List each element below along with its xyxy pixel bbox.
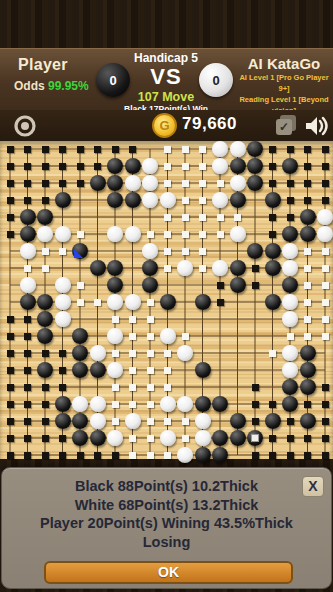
white-territory-r4c10[interactable]: [182, 214, 189, 221]
white-stone-r0c12[interactable]: [212, 141, 228, 157]
white-territory-r5c9[interactable]: [164, 231, 171, 238]
black-stone-r6c15[interactable]: [265, 243, 281, 259]
black-stone-r0c14[interactable]: [247, 141, 263, 157]
black-stone-r2c14[interactable]: [247, 175, 263, 191]
black-territory-r14c14[interactable]: [252, 384, 259, 391]
black-stone-r17c13[interactable]: [230, 430, 246, 446]
black-territory-r14c3[interactable]: [59, 384, 66, 391]
black-territory-r1c1[interactable]: [24, 163, 31, 170]
black-stone-r14c17[interactable]: [300, 379, 316, 395]
white-stone-r5c2[interactable]: [37, 226, 53, 242]
ok-button[interactable]: OK: [44, 561, 293, 584]
black-stone-r15c3[interactable]: [55, 396, 71, 412]
black-territory-r11c0[interactable]: [7, 333, 14, 340]
black-stone-r13c2[interactable]: [37, 362, 53, 378]
white-territory-r12c6[interactable]: [112, 350, 119, 357]
black-territory-r18c0[interactable]: [7, 452, 14, 459]
white-territory-r8c17[interactable]: [304, 282, 311, 289]
white-stone-r3c12[interactable]: [212, 192, 228, 208]
white-territory-r16c8[interactable]: [147, 418, 154, 425]
black-territory-r2c18[interactable]: [322, 180, 329, 187]
white-territory-r18c9[interactable]: [164, 452, 171, 459]
black-territory-r3c16[interactable]: [287, 197, 294, 204]
white-territory-r8c4[interactable]: [77, 282, 84, 289]
white-stone-r5c3[interactable]: [55, 226, 71, 242]
black-territory-r1c3[interactable]: [59, 163, 66, 170]
white-territory-r9c8[interactable]: [147, 299, 154, 306]
white-stone-r5c18[interactable]: [317, 226, 333, 242]
white-stone-r5c7[interactable]: [125, 226, 141, 242]
white-territory-r11c18[interactable]: [322, 333, 329, 340]
white-stone-r11c6[interactable]: [107, 328, 123, 344]
black-stone-r8c8[interactable]: [142, 277, 158, 293]
white-stone-r13c6[interactable]: [107, 362, 123, 378]
dead-marker-icon: [251, 434, 259, 442]
white-stone-r3c8[interactable]: [142, 192, 158, 208]
white-stone-r8c3[interactable]: [55, 277, 71, 293]
white-stone-r8c1[interactable]: [20, 277, 36, 293]
white-stone-r12c10[interactable]: [177, 345, 193, 361]
black-territory-r13c0[interactable]: [7, 367, 14, 374]
white-stone-r1c8[interactable]: [142, 158, 158, 174]
white-territory-r6c9[interactable]: [164, 248, 171, 255]
black-territory-r17c1[interactable]: [24, 435, 31, 442]
black-stone-r8c16[interactable]: [282, 277, 298, 293]
white-territory-r9c5[interactable]: [94, 299, 101, 306]
white-stone-r17c9[interactable]: [160, 430, 176, 446]
white-territory-r7c1[interactable]: [24, 265, 31, 272]
black-territory-r16c1[interactable]: [24, 418, 31, 425]
white-territory-r10c8[interactable]: [147, 316, 154, 323]
white-territory-r16c10[interactable]: [182, 418, 189, 425]
black-territory-r17c2[interactable]: [42, 435, 49, 442]
black-territory-r9c12[interactable]: [217, 299, 224, 306]
black-stone-r9c15[interactable]: [265, 294, 281, 310]
white-territory-r14c6[interactable]: [112, 384, 119, 391]
white-territory-r2c10[interactable]: [182, 180, 189, 187]
black-stone-r9c11[interactable]: [195, 294, 211, 310]
go-board[interactable]: [0, 141, 333, 459]
black-stone-r9c9[interactable]: [160, 294, 176, 310]
white-territory-r3c11[interactable]: [199, 197, 206, 204]
black-territory-r1c15[interactable]: [269, 163, 276, 170]
black-territory-r1c4[interactable]: [77, 163, 84, 170]
black-stone-r4c2[interactable]: [37, 209, 53, 225]
black-territory-r12c0[interactable]: [7, 350, 14, 357]
black-stone-r16c4[interactable]: [72, 413, 88, 429]
black-stone-r8c13[interactable]: [230, 277, 246, 293]
black-territory-r18c15[interactable]: [269, 452, 276, 459]
black-stone-r1c16[interactable]: [282, 158, 298, 174]
white-stone-r10c16[interactable]: [282, 311, 298, 327]
black-territory-r18c6[interactable]: [112, 452, 119, 459]
black-territory-r2c0[interactable]: [7, 180, 14, 187]
white-territory-r15c6[interactable]: [112, 401, 119, 408]
black-stone-r17c5[interactable]: [90, 430, 106, 446]
black-territory-r12c1[interactable]: [24, 350, 31, 357]
white-territory-r7c9[interactable]: [164, 265, 171, 272]
white-territory-r6c3[interactable]: [59, 248, 66, 255]
black-stone-r17c12[interactable]: [212, 430, 228, 446]
black-territory-r14c2[interactable]: [42, 384, 49, 391]
black-territory-r1c0[interactable]: [7, 163, 14, 170]
black-territory-r14c18[interactable]: [322, 384, 329, 391]
white-territory-r6c10[interactable]: [182, 248, 189, 255]
black-stone-r7c15[interactable]: [265, 260, 281, 276]
white-territory-r6c17[interactable]: [304, 248, 311, 255]
white-stone-r5c6[interactable]: [107, 226, 123, 242]
black-territory-r3c17[interactable]: [304, 197, 311, 204]
black-stone-r3c13[interactable]: [230, 192, 246, 208]
white-stone-r4c18[interactable]: [317, 209, 333, 225]
black-territory-r4c16[interactable]: [287, 214, 294, 221]
black-stone-r13c17[interactable]: [300, 362, 316, 378]
black-territory-r18c5[interactable]: [94, 452, 101, 459]
speaker-icon[interactable]: [303, 113, 329, 139]
white-stone-r1c12[interactable]: [212, 158, 228, 174]
white-stone-r3c9[interactable]: [160, 192, 176, 208]
black-stone-r16c13[interactable]: [230, 413, 246, 429]
white-territory-r1c9[interactable]: [164, 163, 171, 170]
black-stone-r6c14[interactable]: [247, 243, 263, 259]
black-territory-r0c0[interactable]: [7, 146, 14, 153]
white-stone-r9c7[interactable]: [125, 294, 141, 310]
dead-black-stone-r17c14[interactable]: [247, 430, 263, 446]
black-stone-r7c13[interactable]: [230, 260, 246, 276]
white-territory-r14c7[interactable]: [129, 384, 136, 391]
white-territory-r8c18[interactable]: [322, 282, 329, 289]
white-territory-r14c9[interactable]: [164, 384, 171, 391]
black-territory-r0c15[interactable]: [269, 146, 276, 153]
black-territory-r16c2[interactable]: [42, 418, 49, 425]
white-stone-r17c11[interactable]: [195, 430, 211, 446]
black-territory-r15c17[interactable]: [304, 401, 311, 408]
black-territory-r16c0[interactable]: [7, 418, 14, 425]
black-stone-r7c8[interactable]: [142, 260, 158, 276]
black-stone-r16c3[interactable]: [55, 413, 71, 429]
black-territory-r17c18[interactable]: [322, 435, 329, 442]
white-territory-r17c7[interactable]: [129, 435, 136, 442]
white-stone-r6c1[interactable]: [20, 243, 36, 259]
coin-icon: G: [152, 113, 177, 138]
white-stone-r6c8[interactable]: [142, 243, 158, 259]
white-stone-r0c13[interactable]: [230, 141, 246, 157]
white-territory-r13c8[interactable]: [147, 367, 154, 374]
white-territory-r14c8[interactable]: [147, 384, 154, 391]
black-stone-r15c11[interactable]: [195, 396, 211, 412]
white-stone-r2c8[interactable]: [142, 175, 158, 191]
checkbox-check: ✓: [276, 119, 292, 135]
black-stone-r1c6[interactable]: [107, 158, 123, 174]
black-stone-r3c3[interactable]: [55, 192, 71, 208]
black-captures-badge: 0: [96, 63, 130, 97]
black-territory-r15c14[interactable]: [252, 401, 259, 408]
black-stone-r2c5[interactable]: [90, 175, 106, 191]
black-territory-r18c2[interactable]: [42, 452, 49, 459]
white-stone-r9c3[interactable]: [55, 294, 71, 310]
black-territory-r18c16[interactable]: [287, 452, 294, 459]
black-stone-r15c12[interactable]: [212, 396, 228, 412]
black-territory-r3c18[interactable]: [322, 197, 329, 204]
black-territory-r4c0[interactable]: [7, 214, 14, 221]
black-territory-r0c3[interactable]: [59, 146, 66, 153]
black-stone-r13c4[interactable]: [72, 362, 88, 378]
black-territory-r8c12[interactable]: [217, 282, 224, 289]
black-territory-r17c17[interactable]: [304, 435, 311, 442]
black-territory-r0c5[interactable]: [94, 146, 101, 153]
black-stone-r4c17[interactable]: [300, 209, 316, 225]
white-stone-r18c10[interactable]: [177, 447, 193, 463]
black-territory-r7c14[interactable]: [252, 265, 259, 272]
black-territory-r12c3[interactable]: [59, 350, 66, 357]
black-stone-r13c5[interactable]: [90, 362, 106, 378]
white-stone-r5c13[interactable]: [230, 226, 246, 242]
black-stone-r5c17[interactable]: [300, 226, 316, 242]
black-territory-r11c1[interactable]: [24, 333, 31, 340]
black-stone-r12c4[interactable]: [72, 345, 88, 361]
black-territory-r18c3[interactable]: [59, 452, 66, 459]
black-stone-r3c15[interactable]: [265, 192, 281, 208]
white-territory-r2c12[interactable]: [217, 180, 224, 187]
white-territory-r5c12[interactable]: [217, 231, 224, 238]
black-territory-r13c1[interactable]: [24, 367, 31, 374]
black-territory-r15c2[interactable]: [42, 401, 49, 408]
black-territory-r2c15[interactable]: [269, 180, 276, 187]
black-stone-r7c6[interactable]: [107, 260, 123, 276]
white-stone-r12c5[interactable]: [90, 345, 106, 361]
white-territory-r12c8[interactable]: [147, 350, 154, 357]
black-territory-r2c17[interactable]: [304, 180, 311, 187]
white-territory-r13c9[interactable]: [164, 367, 171, 374]
black-stone-r10c2[interactable]: [37, 311, 53, 327]
black-territory-r14c1[interactable]: [24, 384, 31, 391]
black-stone-r17c4[interactable]: [72, 430, 88, 446]
white-territory-r11c7[interactable]: [129, 333, 136, 340]
black-territory-r14c0[interactable]: [7, 384, 14, 391]
black-territory-r15c15[interactable]: [269, 401, 276, 408]
white-stone-r15c4[interactable]: [72, 396, 88, 412]
black-territory-r18c17[interactable]: [304, 452, 311, 459]
black-territory-r17c3[interactable]: [59, 435, 66, 442]
black-stone-r8c6[interactable]: [107, 277, 123, 293]
white-territory-r17c10[interactable]: [182, 435, 189, 442]
white-stone-r7c10[interactable]: [177, 260, 193, 276]
black-territory-r1c18[interactable]: [322, 163, 329, 170]
white-territory-r16c6[interactable]: [112, 418, 119, 425]
white-territory-r12c7[interactable]: [129, 350, 136, 357]
black-stone-r2c6[interactable]: [107, 175, 123, 191]
black-territory-r2c16[interactable]: [287, 180, 294, 187]
white-stone-r16c11[interactable]: [195, 413, 211, 429]
last-move-black-stone-r6c4[interactable]: [72, 243, 88, 259]
black-territory-r5c15[interactable]: [269, 231, 276, 238]
white-stone-r2c13[interactable]: [230, 175, 246, 191]
black-territory-r2c2[interactable]: [42, 180, 49, 187]
black-territory-r0c2[interactable]: [42, 146, 49, 153]
white-stone-r7c12[interactable]: [212, 260, 228, 276]
white-territory-r10c7[interactable]: [129, 316, 136, 323]
white-territory-r9c4[interactable]: [77, 299, 84, 306]
black-territory-r17c0[interactable]: [7, 435, 14, 442]
black-stone-r3c6[interactable]: [107, 192, 123, 208]
white-territory-r7c17[interactable]: [304, 265, 311, 272]
black-territory-r17c15[interactable]: [269, 435, 276, 442]
white-territory-r13c7[interactable]: [129, 367, 136, 374]
white-territory-r5c4[interactable]: [77, 231, 84, 238]
white-territory-r0c10[interactable]: [182, 146, 189, 153]
black-territory-r0c1[interactable]: [24, 146, 31, 153]
white-stone-r15c9[interactable]: [160, 396, 176, 412]
black-territory-r3c2[interactable]: [42, 197, 49, 204]
white-territory-r7c11[interactable]: [199, 265, 206, 272]
black-territory-r3c0[interactable]: [7, 197, 14, 204]
black-territory-r18c1[interactable]: [24, 452, 31, 459]
white-territory-r11c10[interactable]: [182, 333, 189, 340]
white-stone-r13c16[interactable]: [282, 362, 298, 378]
black-territory-r2c1[interactable]: [24, 180, 31, 187]
black-stone-r1c14[interactable]: [247, 158, 263, 174]
white-stone-r17c6[interactable]: [107, 430, 123, 446]
black-territory-r2c4[interactable]: [77, 180, 84, 187]
black-territory-r16c18[interactable]: [322, 418, 329, 425]
white-territory-r5c10[interactable]: [182, 231, 189, 238]
white-stone-r7c16[interactable]: [282, 260, 298, 276]
black-territory-r0c7[interactable]: [129, 146, 136, 153]
black-stone-r9c1[interactable]: [20, 294, 36, 310]
white-territory-r1c10[interactable]: [182, 163, 189, 170]
black-territory-r15c0[interactable]: [7, 401, 14, 408]
white-stone-r16c7[interactable]: [125, 413, 141, 429]
black-stone-r4c1[interactable]: [20, 209, 36, 225]
black-territory-r1c2[interactable]: [42, 163, 49, 170]
black-territory-r1c17[interactable]: [304, 163, 311, 170]
black-territory-r0c18[interactable]: [322, 146, 329, 153]
black-stone-r13c11[interactable]: [195, 362, 211, 378]
white-territory-r5c11[interactable]: [199, 231, 206, 238]
black-stone-r18c11[interactable]: [195, 447, 211, 463]
white-territory-r9c18[interactable]: [322, 299, 329, 306]
checkbox-icon[interactable]: ✓: [276, 115, 296, 135]
black-territory-r18c18[interactable]: [322, 452, 329, 459]
black-stone-r14c16[interactable]: [282, 379, 298, 395]
white-stone-r10c3[interactable]: [55, 311, 71, 327]
white-stone-r9c16[interactable]: [282, 294, 298, 310]
white-territory-r4c13[interactable]: [234, 214, 241, 221]
white-stone-r16c5[interactable]: [90, 413, 106, 429]
white-stone-r11c9[interactable]: [160, 328, 176, 344]
white-territory-r11c8[interactable]: [147, 333, 154, 340]
white-stone-r6c16[interactable]: [282, 243, 298, 259]
white-territory-r6c2[interactable]: [42, 248, 49, 255]
black-territory-r12c2[interactable]: [42, 350, 49, 357]
white-territory-r6c11[interactable]: [199, 248, 206, 255]
black-stone-r15c16[interactable]: [282, 396, 298, 412]
black-stone-r18c12[interactable]: [212, 447, 228, 463]
black-territory-r0c16[interactable]: [287, 146, 294, 153]
white-territory-r11c17[interactable]: [304, 333, 311, 340]
white-territory-r4c12[interactable]: [217, 214, 224, 221]
black-territory-r15c18[interactable]: [322, 401, 329, 408]
eye-icon[interactable]: [12, 113, 38, 139]
white-territory-r12c9[interactable]: [164, 350, 171, 357]
white-territory-r0c11[interactable]: [199, 146, 206, 153]
black-territory-r0c6[interactable]: [112, 146, 119, 153]
white-stone-r15c5[interactable]: [90, 396, 106, 412]
black-territory-r2c3[interactable]: [59, 180, 66, 187]
white-territory-r12c15[interactable]: [269, 350, 276, 357]
white-territory-r10c18[interactable]: [322, 316, 329, 323]
close-button[interactable]: X: [302, 476, 324, 497]
white-territory-r16c9[interactable]: [164, 418, 171, 425]
black-stone-r1c13[interactable]: [230, 158, 246, 174]
black-stone-r11c4[interactable]: [72, 328, 88, 344]
white-territory-r9c17[interactable]: [304, 299, 311, 306]
black-territory-r0c17[interactable]: [304, 146, 311, 153]
white-territory-r5c8[interactable]: [147, 231, 154, 238]
white-territory-r7c2[interactable]: [42, 265, 49, 272]
black-territory-r18c14[interactable]: [252, 452, 259, 459]
white-territory-r18c8[interactable]: [147, 452, 154, 459]
black-territory-r18c4[interactable]: [77, 452, 84, 459]
white-territory-r10c6[interactable]: [112, 316, 119, 323]
black-stone-r11c2[interactable]: [37, 328, 53, 344]
black-territory-r16c16[interactable]: [287, 418, 294, 425]
white-stone-r12c16[interactable]: [282, 345, 298, 361]
odds-label: Odds: [14, 79, 48, 93]
white-territory-r2c11[interactable]: [199, 180, 206, 187]
black-territory-r3c1[interactable]: [24, 197, 31, 204]
black-territory-r1c5[interactable]: [94, 163, 101, 170]
black-stone-r16c17[interactable]: [300, 413, 316, 429]
black-stone-r1c7[interactable]: [125, 158, 141, 174]
white-territory-r0c9[interactable]: [164, 146, 171, 153]
white-territory-r10c17[interactable]: [304, 316, 311, 323]
black-territory-r10c1[interactable]: [24, 316, 31, 323]
white-stone-r2c7[interactable]: [125, 175, 141, 191]
white-territory-r11c16[interactable]: [287, 333, 294, 340]
black-stone-r3c7[interactable]: [125, 192, 141, 208]
black-territory-r4c15[interactable]: [269, 214, 276, 221]
white-stone-r15c10[interactable]: [177, 396, 193, 412]
white-territory-r4c11[interactable]: [199, 214, 206, 221]
black-territory-r10c0[interactable]: [7, 316, 14, 323]
white-territory-r17c8[interactable]: [147, 435, 154, 442]
black-territory-r17c16[interactable]: [287, 435, 294, 442]
black-territory-r13c3[interactable]: [59, 367, 66, 374]
white-territory-r1c11[interactable]: [199, 163, 206, 170]
black-stone-r16c15[interactable]: [265, 413, 281, 429]
black-stone-r5c1[interactable]: [20, 226, 36, 242]
white-territory-r3c10[interactable]: [182, 197, 189, 204]
white-territory-r15c8[interactable]: [147, 401, 154, 408]
black-territory-r15c1[interactable]: [24, 401, 31, 408]
black-territory-r0c4[interactable]: [77, 146, 84, 153]
white-territory-r7c18[interactable]: [322, 265, 329, 272]
black-stone-r7c5[interactable]: [90, 260, 106, 276]
white-territory-r2c9[interactable]: [164, 180, 171, 187]
white-territory-r6c18[interactable]: [322, 248, 329, 255]
black-territory-r16c14[interactable]: [252, 418, 259, 425]
black-territory-r8c14[interactable]: [252, 282, 259, 289]
black-stone-r12c17[interactable]: [300, 345, 316, 361]
white-stone-r9c6[interactable]: [107, 294, 123, 310]
black-stone-r5c16[interactable]: [282, 226, 298, 242]
white-territory-r4c9[interactable]: [164, 214, 171, 221]
black-stone-r9c2[interactable]: [37, 294, 53, 310]
black-territory-r5c0[interactable]: [7, 231, 14, 238]
white-territory-r15c7[interactable]: [129, 401, 136, 408]
white-territory-r18c7[interactable]: [129, 452, 136, 459]
